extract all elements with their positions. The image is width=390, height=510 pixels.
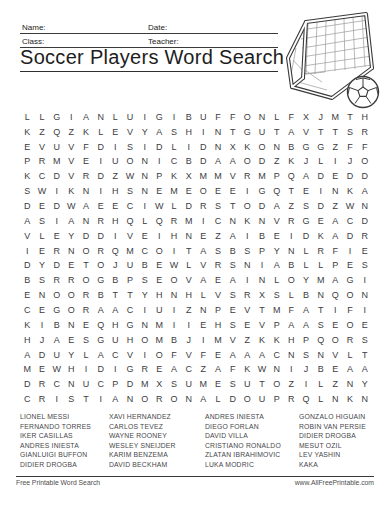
grid-cell-r2c5[interactable]: K xyxy=(79,125,94,140)
grid-cell-r4c24[interactable]: O xyxy=(357,155,372,170)
grid-cell-r3c7[interactable]: I xyxy=(108,140,123,155)
grid-cell-r12c6[interactable]: G xyxy=(93,273,108,288)
grid-cell-r16c4[interactable]: E xyxy=(64,333,79,348)
grid-cell-r15c4[interactable]: N xyxy=(64,318,79,333)
grid-cell-r11c13[interactable]: V xyxy=(196,259,211,274)
grid-cell-r15c16[interactable]: E xyxy=(240,318,255,333)
grid-cell-r3c9[interactable]: I xyxy=(137,140,152,155)
grid-cell-r18c15[interactable]: F xyxy=(225,362,240,377)
grid-cell-r12c11[interactable]: O xyxy=(167,273,182,288)
grid-cell-r5c19[interactable]: Q xyxy=(284,169,299,184)
grid-cell-r9c10[interactable]: I xyxy=(152,229,167,244)
grid-cell-r20c6[interactable]: I xyxy=(93,392,108,407)
grid-cell-r16c1[interactable]: H xyxy=(20,333,35,348)
grid-cell-r11c19[interactable]: B xyxy=(284,259,299,274)
grid-cell-r1c17[interactable]: N xyxy=(255,110,270,125)
grid-cell-r13c16[interactable]: R xyxy=(240,288,255,303)
grid-cell-r7c6[interactable]: E xyxy=(93,199,108,214)
grid-cell-r15c1[interactable]: K xyxy=(20,318,35,333)
grid-cell-r1c11[interactable]: I xyxy=(167,110,182,125)
grid-cell-r2c24[interactable]: R xyxy=(357,125,372,140)
grid-cell-r3c23[interactable]: F xyxy=(343,140,358,155)
grid-cell-r17c15[interactable]: A xyxy=(225,348,240,363)
grid-cell-r7c2[interactable]: E xyxy=(35,199,50,214)
grid-cell-r10c24[interactable]: E xyxy=(357,244,372,259)
grid-cell-r13c13[interactable]: L xyxy=(196,288,211,303)
grid-cell-r9c7[interactable]: I xyxy=(108,229,123,244)
grid-cell-r18c22[interactable]: E xyxy=(328,362,343,377)
grid-cell-r6c16[interactable]: I xyxy=(240,184,255,199)
grid-cell-r16c6[interactable]: G xyxy=(93,333,108,348)
grid-cell-r19c11[interactable]: S xyxy=(167,377,182,392)
grid-cell-r6c21[interactable]: I xyxy=(313,184,328,199)
grid-cell-r8c6[interactable]: R xyxy=(93,214,108,229)
grid-cell-r15c5[interactable]: E xyxy=(79,318,94,333)
grid-cell-r20c12[interactable]: N xyxy=(181,392,196,407)
grid-cell-r12c22[interactable]: A xyxy=(328,273,343,288)
grid-cell-r4c7[interactable]: U xyxy=(108,155,123,170)
grid-cell-r8c12[interactable]: M xyxy=(181,214,196,229)
grid-cell-r15c3[interactable]: B xyxy=(49,318,64,333)
grid-cell-r10c5[interactable]: O xyxy=(79,244,94,259)
grid-cell-r20c4[interactable]: S xyxy=(64,392,79,407)
grid-cell-r19c21[interactable]: L xyxy=(313,377,328,392)
grid-cell-r12c18[interactable]: L xyxy=(269,273,284,288)
grid-cell-r11c10[interactable]: E xyxy=(152,259,167,274)
grid-cell-r6c17[interactable]: G xyxy=(255,184,270,199)
grid-cell-r7c11[interactable]: L xyxy=(167,199,182,214)
grid-cell-r3c4[interactable]: V xyxy=(64,140,79,155)
grid-cell-r7c4[interactable]: W xyxy=(64,199,79,214)
grid-cell-r11c5[interactable]: T xyxy=(79,259,94,274)
grid-cell-r5c3[interactable]: D xyxy=(49,169,64,184)
grid-cell-r6c8[interactable]: S xyxy=(123,184,138,199)
grid-cell-r13c24[interactable]: N xyxy=(357,288,372,303)
grid-cell-r16c24[interactable]: S xyxy=(357,333,372,348)
grid-cell-r12c15[interactable]: A xyxy=(225,273,240,288)
grid-cell-r12c9[interactable]: S xyxy=(137,273,152,288)
grid-cell-r6c10[interactable]: E xyxy=(152,184,167,199)
grid-cell-r14c11[interactable]: I xyxy=(167,303,182,318)
grid-cell-r19c4[interactable]: N xyxy=(64,377,79,392)
grid-cell-r13c21[interactable]: N xyxy=(313,288,328,303)
grid-cell-r20c9[interactable]: O xyxy=(137,392,152,407)
grid-cell-r8c20[interactable]: G xyxy=(299,214,314,229)
grid-cell-r18c2[interactable]: E xyxy=(35,362,50,377)
grid-cell-r1c23[interactable]: T xyxy=(343,110,358,125)
grid-cell-r15c8[interactable]: G xyxy=(123,318,138,333)
grid-cell-r19c18[interactable]: O xyxy=(269,377,284,392)
grid-cell-r20c16[interactable]: O xyxy=(240,392,255,407)
grid-cell-r4c2[interactable]: R xyxy=(35,155,50,170)
grid-cell-r18c14[interactable]: A xyxy=(211,362,226,377)
grid-cell-r18c13[interactable]: Z xyxy=(196,362,211,377)
grid-cell-r5c8[interactable]: W xyxy=(123,169,138,184)
grid-cell-r18c21[interactable]: B xyxy=(313,362,328,377)
grid-cell-r7c5[interactable]: A xyxy=(79,199,94,214)
grid-cell-r16c8[interactable]: H xyxy=(123,333,138,348)
grid-cell-r15c23[interactable]: O xyxy=(343,318,358,333)
grid-cell-r4c9[interactable]: N xyxy=(137,155,152,170)
grid-cell-r7c19[interactable]: Z xyxy=(284,199,299,214)
grid-cell-r16c7[interactable]: U xyxy=(108,333,123,348)
grid-cell-r8c17[interactable]: N xyxy=(255,214,270,229)
grid-cell-r5c16[interactable]: R xyxy=(240,169,255,184)
grid-cell-r20c3[interactable]: I xyxy=(49,392,64,407)
grid-cell-r9c16[interactable]: I xyxy=(240,229,255,244)
grid-cell-r15c24[interactable]: E xyxy=(357,318,372,333)
grid-cell-r14c19[interactable]: F xyxy=(284,303,299,318)
grid-cell-r10c20[interactable]: L xyxy=(299,244,314,259)
grid-cell-r10c23[interactable]: I xyxy=(343,244,358,259)
grid-cell-r2c20[interactable]: V xyxy=(299,125,314,140)
grid-cell-r13c8[interactable]: T xyxy=(123,288,138,303)
grid-cell-r8c8[interactable]: Q xyxy=(123,214,138,229)
grid-cell-r4c6[interactable]: I xyxy=(93,155,108,170)
grid-cell-r9c11[interactable]: H xyxy=(167,229,182,244)
grid-cell-r16c15[interactable]: V xyxy=(225,333,240,348)
grid-cell-r19c1[interactable]: D xyxy=(20,377,35,392)
grid-cell-r13c4[interactable]: O xyxy=(64,288,79,303)
grid-cell-r16c5[interactable]: S xyxy=(79,333,94,348)
grid-cell-r12c7[interactable]: B xyxy=(108,273,123,288)
grid-cell-r17c3[interactable]: U xyxy=(49,348,64,363)
grid-cell-r19c7[interactable]: P xyxy=(108,377,123,392)
grid-cell-r1c2[interactable]: L xyxy=(35,110,50,125)
grid-cell-r19c3[interactable]: C xyxy=(49,377,64,392)
grid-cell-r6c18[interactable]: Q xyxy=(269,184,284,199)
grid-cell-r9c21[interactable]: K xyxy=(313,229,328,244)
grid-cell-r3c20[interactable]: G xyxy=(299,140,314,155)
grid-cell-r17c11[interactable]: F xyxy=(167,348,182,363)
grid-cell-r9c9[interactable]: E xyxy=(137,229,152,244)
grid-cell-r18c24[interactable]: A xyxy=(357,362,372,377)
grid-cell-r6c12[interactable]: E xyxy=(181,184,196,199)
grid-cell-r1c12[interactable]: B xyxy=(181,110,196,125)
grid-cell-r3c10[interactable]: D xyxy=(152,140,167,155)
grid-cell-r11c15[interactable]: S xyxy=(225,259,240,274)
grid-cell-r10c16[interactable]: S xyxy=(240,244,255,259)
grid-cell-r1c20[interactable]: X xyxy=(299,110,314,125)
grid-cell-r8c23[interactable]: C xyxy=(343,214,358,229)
grid-cell-r7c7[interactable]: E xyxy=(108,199,123,214)
grid-cell-r4c18[interactable]: Z xyxy=(269,155,284,170)
grid-cell-r2c19[interactable]: A xyxy=(284,125,299,140)
grid-cell-r14c3[interactable]: G xyxy=(49,303,64,318)
grid-cell-r20c13[interactable]: A xyxy=(196,392,211,407)
grid-cell-r7c12[interactable]: D xyxy=(181,199,196,214)
grid-cell-r12c8[interactable]: P xyxy=(123,273,138,288)
grid-cell-r12c14[interactable]: E xyxy=(211,273,226,288)
grid-cell-r10c3[interactable]: R xyxy=(49,244,64,259)
grid-cell-r17c6[interactable]: A xyxy=(93,348,108,363)
grid-cell-r2c17[interactable]: U xyxy=(255,125,270,140)
grid-cell-r5c13[interactable]: M xyxy=(196,169,211,184)
grid-cell-r4c20[interactable]: J xyxy=(299,155,314,170)
grid-cell-r12c3[interactable]: R xyxy=(49,273,64,288)
grid-cell-r19c17[interactable]: T xyxy=(255,377,270,392)
grid-cell-r15c6[interactable]: Q xyxy=(93,318,108,333)
grid-cell-r16c10[interactable]: M xyxy=(152,333,167,348)
grid-cell-r11c6[interactable]: O xyxy=(93,259,108,274)
grid-cell-r6c7[interactable]: H xyxy=(108,184,123,199)
grid-cell-r16c13[interactable]: I xyxy=(196,333,211,348)
grid-cell-r10c12[interactable]: T xyxy=(181,244,196,259)
grid-cell-r1c15[interactable]: F xyxy=(225,110,240,125)
grid-cell-r14c13[interactable]: N xyxy=(196,303,211,318)
grid-cell-r7c14[interactable]: S xyxy=(211,199,226,214)
grid-cell-r6c14[interactable]: E xyxy=(211,184,226,199)
grid-cell-r10c21[interactable]: R xyxy=(313,244,328,259)
grid-cell-r13c14[interactable]: V xyxy=(211,288,226,303)
grid-cell-r8c4[interactable]: A xyxy=(64,214,79,229)
grid-cell-r10c8[interactable]: M xyxy=(123,244,138,259)
grid-cell-r1c13[interactable]: U xyxy=(196,110,211,125)
grid-cell-r6c15[interactable]: E xyxy=(225,184,240,199)
grid-cell-r16c19[interactable]: H xyxy=(284,333,299,348)
grid-cell-r2c7[interactable]: E xyxy=(108,125,123,140)
grid-cell-r9c14[interactable]: Z xyxy=(211,229,226,244)
grid-cell-r15c15[interactable]: S xyxy=(225,318,240,333)
grid-cell-r5c20[interactable]: A xyxy=(299,169,314,184)
grid-cell-r4c15[interactable]: A xyxy=(225,155,240,170)
grid-cell-r5c9[interactable]: N xyxy=(137,169,152,184)
grid-cell-r10c13[interactable]: A xyxy=(196,244,211,259)
grid-cell-r6c19[interactable]: T xyxy=(284,184,299,199)
grid-cell-r3c14[interactable]: N xyxy=(211,140,226,155)
grid-cell-r11c14[interactable]: R xyxy=(211,259,226,274)
grid-cell-r15c10[interactable]: M xyxy=(152,318,167,333)
grid-cell-r2c15[interactable]: T xyxy=(225,125,240,140)
grid-cell-r10c22[interactable]: F xyxy=(328,244,343,259)
grid-cell-r13c15[interactable]: S xyxy=(225,288,240,303)
grid-cell-r12c2[interactable]: S xyxy=(35,273,50,288)
grid-cell-r3c6[interactable]: D xyxy=(93,140,108,155)
grid-cell-r4c8[interactable]: O xyxy=(123,155,138,170)
grid-cell-r7c16[interactable]: O xyxy=(240,199,255,214)
grid-cell-r20c11[interactable]: O xyxy=(167,392,182,407)
grid-cell-r10c10[interactable]: O xyxy=(152,244,167,259)
grid-cell-r5c22[interactable]: E xyxy=(328,169,343,184)
grid-cell-r3c15[interactable]: X xyxy=(225,140,240,155)
grid-cell-r1c7[interactable]: L xyxy=(108,110,123,125)
grid-cell-r9c6[interactable]: D xyxy=(93,229,108,244)
grid-cell-r12c12[interactable]: V xyxy=(181,273,196,288)
grid-cell-r18c11[interactable]: A xyxy=(167,362,182,377)
grid-cell-r18c10[interactable]: E xyxy=(152,362,167,377)
grid-cell-r4c22[interactable]: I xyxy=(328,155,343,170)
grid-cell-r17c16[interactable]: A xyxy=(240,348,255,363)
grid-cell-r19c20[interactable]: I xyxy=(299,377,314,392)
grid-cell-r18c7[interactable]: I xyxy=(108,362,123,377)
grid-cell-r1c22[interactable]: M xyxy=(328,110,343,125)
grid-cell-r3c3[interactable]: U xyxy=(49,140,64,155)
grid-cell-r5c11[interactable]: K xyxy=(167,169,182,184)
grid-cell-r19c6[interactable]: C xyxy=(93,377,108,392)
grid-cell-r14c5[interactable]: R xyxy=(79,303,94,318)
grid-cell-r6c4[interactable]: K xyxy=(64,184,79,199)
grid-cell-r1c16[interactable]: O xyxy=(240,110,255,125)
grid-cell-r3c24[interactable]: F xyxy=(357,140,372,155)
grid-cell-r7c13[interactable]: R xyxy=(196,199,211,214)
grid-cell-r5c24[interactable]: D xyxy=(357,169,372,184)
grid-cell-r14c20[interactable]: A xyxy=(299,303,314,318)
grid-cell-r13c22[interactable]: Q xyxy=(328,288,343,303)
grid-cell-r15c19[interactable]: A xyxy=(284,318,299,333)
grid-cell-r18c23[interactable]: A xyxy=(343,362,358,377)
grid-cell-r4c12[interactable]: B xyxy=(181,155,196,170)
grid-cell-r8c21[interactable]: E xyxy=(313,214,328,229)
grid-cell-r4c1[interactable]: P xyxy=(20,155,35,170)
grid-cell-r16c18[interactable]: K xyxy=(269,333,284,348)
grid-cell-r8c13[interactable]: I xyxy=(196,214,211,229)
grid-cell-r20c23[interactable]: K xyxy=(343,392,358,407)
grid-cell-r18c6[interactable]: D xyxy=(93,362,108,377)
grid-cell-r8c24[interactable]: D xyxy=(357,214,372,229)
grid-cell-r17c18[interactable]: C xyxy=(269,348,284,363)
grid-cell-r2c6[interactable]: L xyxy=(93,125,108,140)
grid-cell-r2c14[interactable]: N xyxy=(211,125,226,140)
grid-cell-r11c20[interactable]: L xyxy=(299,259,314,274)
grid-cell-r17c9[interactable]: I xyxy=(137,348,152,363)
grid-cell-r4c14[interactable]: A xyxy=(211,155,226,170)
grid-cell-r9c23[interactable]: D xyxy=(343,229,358,244)
grid-cell-r15c12[interactable]: I xyxy=(181,318,196,333)
grid-cell-r17c5[interactable]: L xyxy=(79,348,94,363)
grid-cell-r3c8[interactable]: S xyxy=(123,140,138,155)
grid-cell-r11c11[interactable]: W xyxy=(167,259,182,274)
grid-cell-r6c2[interactable]: W xyxy=(35,184,50,199)
grid-cell-r2c16[interactable]: G xyxy=(240,125,255,140)
grid-cell-r9c20[interactable]: D xyxy=(299,229,314,244)
grid-cell-r11c16[interactable]: N xyxy=(240,259,255,274)
grid-cell-r11c24[interactable]: S xyxy=(357,259,372,274)
grid-cell-r8c3[interactable]: I xyxy=(49,214,64,229)
grid-cell-r17c7[interactable]: C xyxy=(108,348,123,363)
grid-cell-r18c3[interactable]: W xyxy=(49,362,64,377)
grid-cell-r10c4[interactable]: N xyxy=(64,244,79,259)
grid-cell-r10c9[interactable]: C xyxy=(137,244,152,259)
grid-cell-r3c21[interactable]: G xyxy=(313,140,328,155)
grid-cell-r16c20[interactable]: P xyxy=(299,333,314,348)
grid-cell-r16c11[interactable]: B xyxy=(167,333,182,348)
grid-cell-r19c15[interactable]: S xyxy=(225,377,240,392)
grid-cell-r16c9[interactable]: O xyxy=(137,333,152,348)
grid-cell-r8c2[interactable]: S xyxy=(35,214,50,229)
grid-cell-r14c17[interactable]: T xyxy=(255,303,270,318)
grid-cell-r17c4[interactable]: Y xyxy=(64,348,79,363)
grid-cell-r2c8[interactable]: V xyxy=(123,125,138,140)
grid-cell-r12c21[interactable]: M xyxy=(313,273,328,288)
grid-cell-r12c16[interactable]: I xyxy=(240,273,255,288)
grid-cell-r17c14[interactable]: E xyxy=(211,348,226,363)
grid-cell-r11c17[interactable]: I xyxy=(255,259,270,274)
grid-cell-r7c18[interactable]: A xyxy=(269,199,284,214)
grid-cell-r13c11[interactable]: N xyxy=(167,288,182,303)
grid-cell-r2c21[interactable]: T xyxy=(313,125,328,140)
grid-cell-r19c16[interactable]: U xyxy=(240,377,255,392)
grid-cell-r15c20[interactable]: A xyxy=(299,318,314,333)
grid-cell-r2c18[interactable]: T xyxy=(269,125,284,140)
grid-cell-r3c12[interactable]: I xyxy=(181,140,196,155)
grid-cell-r1c14[interactable]: F xyxy=(211,110,226,125)
grid-cell-r2c9[interactable]: Y xyxy=(137,125,152,140)
grid-cell-r12c13[interactable]: A xyxy=(196,273,211,288)
grid-cell-r10c14[interactable]: S xyxy=(211,244,226,259)
grid-cell-r19c23[interactable]: N xyxy=(343,377,358,392)
grid-cell-r3c2[interactable]: V xyxy=(35,140,50,155)
grid-cell-r13c23[interactable]: O xyxy=(343,288,358,303)
grid-cell-r9c18[interactable]: E xyxy=(269,229,284,244)
grid-cell-r9c17[interactable]: B xyxy=(255,229,270,244)
grid-cell-r9c5[interactable]: D xyxy=(79,229,94,244)
grid-cell-r19c22[interactable]: Z xyxy=(328,377,343,392)
grid-cell-r17c21[interactable]: N xyxy=(313,348,328,363)
grid-cell-r20c10[interactable]: R xyxy=(152,392,167,407)
grid-cell-r20c21[interactable]: L xyxy=(313,392,328,407)
grid-cell-r18c17[interactable]: W xyxy=(255,362,270,377)
grid-cell-r11c22[interactable]: P xyxy=(328,259,343,274)
grid-cell-r7c15[interactable]: T xyxy=(225,199,240,214)
grid-cell-r15c14[interactable]: H xyxy=(211,318,226,333)
grid-cell-r7c1[interactable]: D xyxy=(20,199,35,214)
grid-cell-r3c5[interactable]: F xyxy=(79,140,94,155)
grid-cell-r11c18[interactable]: A xyxy=(269,259,284,274)
grid-cell-r12c5[interactable]: O xyxy=(79,273,94,288)
grid-cell-r1c18[interactable]: L xyxy=(269,110,284,125)
grid-cell-r7c23[interactable]: W xyxy=(343,199,358,214)
grid-cell-r5c21[interactable]: D xyxy=(313,169,328,184)
grid-cell-r6c23[interactable]: K xyxy=(343,184,358,199)
grid-cell-r10c18[interactable]: Y xyxy=(269,244,284,259)
grid-cell-r16c12[interactable]: J xyxy=(181,333,196,348)
grid-cell-r2c4[interactable]: Z xyxy=(64,125,79,140)
grid-cell-r4c19[interactable]: K xyxy=(284,155,299,170)
grid-cell-r4c10[interactable]: I xyxy=(152,155,167,170)
grid-cell-r14c24[interactable]: I xyxy=(357,303,372,318)
grid-cell-r7c3[interactable]: D xyxy=(49,199,64,214)
grid-cell-r13c2[interactable]: N xyxy=(35,288,50,303)
grid-cell-r13c7[interactable]: T xyxy=(108,288,123,303)
grid-cell-r2c22[interactable]: T xyxy=(328,125,343,140)
grid-cell-r9c3[interactable]: E xyxy=(49,229,64,244)
grid-cell-r12c4[interactable]: R xyxy=(64,273,79,288)
grid-cell-r20c5[interactable]: T xyxy=(79,392,94,407)
grid-cell-r2c11[interactable]: S xyxy=(167,125,182,140)
grid-cell-r5c17[interactable]: M xyxy=(255,169,270,184)
grid-cell-r13c19[interactable]: L xyxy=(284,288,299,303)
grid-cell-r14c4[interactable]: O xyxy=(64,303,79,318)
grid-cell-r4c3[interactable]: M xyxy=(49,155,64,170)
grid-cell-r6c24[interactable]: A xyxy=(357,184,372,199)
grid-cell-r5c5[interactable]: R xyxy=(79,169,94,184)
grid-cell-r6c3[interactable]: I xyxy=(49,184,64,199)
grid-cell-r13c20[interactable]: B xyxy=(299,288,314,303)
grid-cell-r4c17[interactable]: D xyxy=(255,155,270,170)
grid-cell-r11c23[interactable]: E xyxy=(343,259,358,274)
grid-cell-r16c22[interactable]: O xyxy=(328,333,343,348)
grid-cell-r19c2[interactable]: R xyxy=(35,377,50,392)
grid-cell-r19c12[interactable]: U xyxy=(181,377,196,392)
grid-cell-r6c13[interactable]: O xyxy=(196,184,211,199)
grid-cell-r17c22[interactable]: V xyxy=(328,348,343,363)
grid-cell-r10c15[interactable]: B xyxy=(225,244,240,259)
grid-cell-r5c10[interactable]: P xyxy=(152,169,167,184)
grid-cell-r13c12[interactable]: H xyxy=(181,288,196,303)
grid-cell-r18c19[interactable]: I xyxy=(284,362,299,377)
grid-cell-r7c17[interactable]: D xyxy=(255,199,270,214)
grid-cell-r2c13[interactable]: I xyxy=(196,125,211,140)
